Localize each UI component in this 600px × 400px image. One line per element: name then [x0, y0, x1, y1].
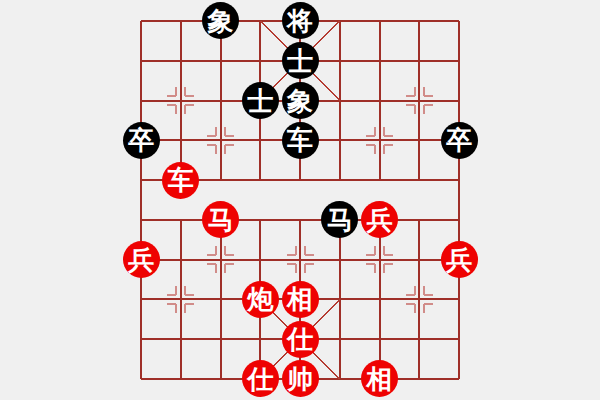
- piece-red-general[interactable]: 帅: [282, 360, 319, 397]
- pieces-layer: 象将士士象卒车卒车马马兵兵兵炮相仕仕帅相: [121, 1, 479, 399]
- piece-red-soldier[interactable]: 兵: [123, 241, 160, 278]
- piece-black-soldier[interactable]: 卒: [123, 122, 160, 159]
- piece-red-horse[interactable]: 马: [202, 201, 239, 238]
- piece-red-chariot[interactable]: 车: [162, 162, 199, 199]
- piece-black-chariot[interactable]: 车: [282, 122, 319, 159]
- piece-red-advisor[interactable]: 仕: [242, 360, 279, 397]
- xiangqi-board: 象将士士象卒车卒车马马兵兵兵炮相仕仕帅相: [0, 0, 600, 400]
- piece-red-soldier[interactable]: 兵: [441, 241, 478, 278]
- piece-black-horse[interactable]: 马: [321, 201, 358, 238]
- piece-black-advisor[interactable]: 士: [282, 42, 319, 79]
- piece-red-elephant[interactable]: 相: [361, 360, 398, 397]
- piece-black-soldier[interactable]: 卒: [441, 122, 478, 159]
- piece-black-elephant[interactable]: 象: [202, 2, 239, 39]
- piece-red-elephant[interactable]: 相: [282, 281, 319, 318]
- piece-red-soldier[interactable]: 兵: [361, 201, 398, 238]
- piece-black-advisor[interactable]: 士: [242, 82, 279, 119]
- piece-red-advisor[interactable]: 仕: [282, 321, 319, 358]
- piece-black-elephant[interactable]: 象: [282, 82, 319, 119]
- piece-red-cannon[interactable]: 炮: [242, 281, 279, 318]
- piece-black-general[interactable]: 将: [282, 2, 319, 39]
